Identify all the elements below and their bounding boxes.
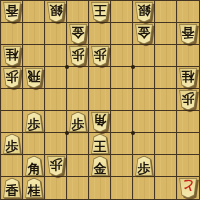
square-7d[interactable] xyxy=(45,67,67,89)
piece-kanji: 銀 xyxy=(50,4,63,17)
shogi-piece-gote-bishop[interactable]: 角 xyxy=(91,112,110,133)
piece-face: 銀 xyxy=(135,2,154,23)
shogi-piece-sente-bishop[interactable]: 角 xyxy=(25,156,44,177)
square-1a[interactable] xyxy=(177,1,199,23)
piece-kanji: 歩 xyxy=(6,70,19,83)
square-7g[interactable] xyxy=(45,133,67,155)
piece-face: 歩 xyxy=(3,134,22,155)
piece-kanji: 金 xyxy=(94,161,107,174)
piece-face: 角 xyxy=(91,112,110,133)
square-9h[interactable] xyxy=(1,155,23,177)
shogi-piece-sente-gold[interactable]: 金 xyxy=(91,156,110,177)
square-8e[interactable] xyxy=(23,89,45,111)
square-2i[interactable] xyxy=(155,177,177,199)
piece-face: 桂 xyxy=(3,46,22,67)
square-6e[interactable] xyxy=(67,89,89,111)
piece-face: 王 xyxy=(91,2,110,23)
piece-face: 飛 xyxy=(25,68,44,89)
piece-face: 歩 xyxy=(135,156,154,177)
shogi-piece-sente-pawn[interactable]: 歩 xyxy=(25,112,44,133)
piece-kanji: 歩 xyxy=(72,117,85,130)
piece-kanji: 飛 xyxy=(28,70,41,83)
square-3d[interactable] xyxy=(133,67,155,89)
square-4g[interactable] xyxy=(111,133,133,155)
square-4d[interactable] xyxy=(111,67,133,89)
square-7b[interactable] xyxy=(45,23,67,45)
piece-face: 香 xyxy=(3,178,22,199)
piece-face: 金 xyxy=(69,24,88,45)
square-4e[interactable] xyxy=(111,89,133,111)
piece-kanji: 歩 xyxy=(94,48,107,61)
square-4a[interactable] xyxy=(111,1,133,23)
square-5d[interactable] xyxy=(89,67,111,89)
square-6a[interactable] xyxy=(67,1,89,23)
square-1f[interactable] xyxy=(177,111,199,133)
shogi-piece-gote-gold[interactable]: 金 xyxy=(69,24,88,45)
shogi-piece-gote-gold[interactable]: 金 xyxy=(135,24,154,45)
piece-face: 桂 xyxy=(25,178,44,199)
square-7f[interactable] xyxy=(45,111,67,133)
square-2a[interactable] xyxy=(155,1,177,23)
piece-face: 銀 xyxy=(47,2,66,23)
piece-kanji: 角 xyxy=(28,161,41,174)
square-3c[interactable] xyxy=(133,45,155,67)
piece-face: 歩 xyxy=(91,46,110,67)
square-3g[interactable] xyxy=(133,133,155,155)
piece-kanji: 香 xyxy=(6,183,19,196)
shogi-piece-sente-king[interactable]: 王 xyxy=(91,134,110,155)
square-4b[interactable] xyxy=(111,23,133,45)
piece-kanji: と xyxy=(181,180,194,193)
shogi-piece-gote-knight[interactable]: 桂 xyxy=(179,68,198,89)
square-4h[interactable] xyxy=(111,155,133,177)
piece-face: 歩 xyxy=(47,156,66,177)
square-6g[interactable] xyxy=(67,133,89,155)
piece-face: と xyxy=(179,178,198,199)
square-6i[interactable] xyxy=(67,177,89,199)
square-2e[interactable] xyxy=(155,89,177,111)
shogi-piece-gote-silver[interactable]: 銀 xyxy=(47,2,66,23)
square-7e[interactable] xyxy=(45,89,67,111)
shogi-piece-gote-tokin[interactable]: と xyxy=(179,178,198,199)
square-2c[interactable] xyxy=(155,45,177,67)
square-3i[interactable] xyxy=(133,177,155,199)
shogi-board[interactable]: 香銀王銀金金香桂歩歩歩飛桂歩歩歩角歩王角歩金歩香桂と xyxy=(0,0,200,200)
piece-face: 歩 xyxy=(3,68,22,89)
piece-face: 香 xyxy=(179,24,198,45)
piece-face: 桂 xyxy=(179,68,198,89)
square-9e[interactable] xyxy=(1,89,23,111)
piece-kanji: 王 xyxy=(94,4,107,17)
square-3f[interactable] xyxy=(133,111,155,133)
piece-face: 香 xyxy=(3,2,22,23)
square-8a[interactable] xyxy=(23,1,45,23)
square-2f[interactable] xyxy=(155,111,177,133)
piece-kanji: 歩 xyxy=(28,117,41,130)
square-8g[interactable] xyxy=(23,133,45,155)
piece-kanji: 金 xyxy=(72,26,85,39)
square-1h[interactable] xyxy=(177,155,199,177)
shogi-piece-gote-king[interactable]: 王 xyxy=(91,2,110,23)
square-6h[interactable] xyxy=(67,155,89,177)
square-1c[interactable] xyxy=(177,45,199,67)
piece-face: 歩 xyxy=(69,46,88,67)
shogi-piece-gote-lance[interactable]: 香 xyxy=(179,24,198,45)
shogi-piece-sente-lance[interactable]: 香 xyxy=(3,178,22,199)
square-6d[interactable] xyxy=(67,67,89,89)
shogi-app: 香銀王銀金金香桂歩歩歩飛桂歩歩歩角歩王角歩金歩香桂と xyxy=(0,0,200,200)
shogi-piece-gote-pawn[interactable]: 歩 xyxy=(47,156,66,177)
star-point xyxy=(131,131,135,135)
piece-face: 角 xyxy=(25,156,44,177)
shogi-piece-gote-knight[interactable]: 桂 xyxy=(3,46,22,67)
piece-kanji: 金 xyxy=(138,26,151,39)
square-9f[interactable] xyxy=(1,111,23,133)
square-2g[interactable] xyxy=(155,133,177,155)
piece-face: 歩 xyxy=(25,112,44,133)
square-7i[interactable] xyxy=(45,177,67,199)
star-point xyxy=(131,65,135,69)
square-1g[interactable] xyxy=(177,133,199,155)
shogi-piece-gote-pawn[interactable]: 歩 xyxy=(69,46,88,67)
shogi-piece-gote-rook[interactable]: 飛 xyxy=(25,68,44,89)
piece-kanji: 王 xyxy=(94,139,107,152)
shogi-piece-sente-pawn[interactable]: 歩 xyxy=(3,134,22,155)
square-5i[interactable] xyxy=(89,177,111,199)
shogi-piece-sente-knight[interactable]: 桂 xyxy=(25,178,44,199)
piece-kanji: 角 xyxy=(94,114,107,127)
piece-face: 金 xyxy=(135,24,154,45)
shogi-piece-sente-pawn[interactable]: 歩 xyxy=(69,112,88,133)
square-4f[interactable] xyxy=(111,111,133,133)
shogi-piece-sente-pawn[interactable]: 歩 xyxy=(135,156,154,177)
shogi-piece-gote-pawn[interactable]: 歩 xyxy=(179,90,198,111)
piece-kanji: 香 xyxy=(6,4,19,17)
piece-kanji: 桂 xyxy=(182,70,195,83)
piece-kanji: 歩 xyxy=(138,161,151,174)
piece-face: 金 xyxy=(91,156,110,177)
shogi-piece-gote-lance[interactable]: 香 xyxy=(3,2,22,23)
piece-face: 歩 xyxy=(179,90,198,111)
piece-kanji: 歩 xyxy=(6,139,19,152)
piece-kanji: 歩 xyxy=(72,48,85,61)
square-2d[interactable] xyxy=(155,67,177,89)
piece-kanji: 桂 xyxy=(28,183,41,196)
square-3e[interactable] xyxy=(133,89,155,111)
shogi-piece-gote-pawn[interactable]: 歩 xyxy=(91,46,110,67)
square-4c[interactable] xyxy=(111,45,133,67)
square-2h[interactable] xyxy=(155,155,177,177)
piece-face: 王 xyxy=(91,134,110,155)
piece-kanji: 歩 xyxy=(182,92,195,105)
shogi-piece-gote-silver[interactable]: 銀 xyxy=(135,2,154,23)
piece-face: 歩 xyxy=(69,112,88,133)
square-5b[interactable] xyxy=(89,23,111,45)
square-2b[interactable] xyxy=(155,23,177,45)
square-8c[interactable] xyxy=(23,45,45,67)
piece-kanji: 銀 xyxy=(138,4,151,17)
piece-kanji: 香 xyxy=(182,26,195,39)
square-9b[interactable] xyxy=(1,23,23,45)
square-7c[interactable] xyxy=(45,45,67,67)
piece-kanji: 歩 xyxy=(50,158,63,171)
piece-kanji: 桂 xyxy=(6,48,19,61)
square-8b[interactable] xyxy=(23,23,45,45)
square-4i[interactable] xyxy=(111,177,133,199)
shogi-piece-gote-pawn[interactable]: 歩 xyxy=(3,68,22,89)
square-5e[interactable] xyxy=(89,89,111,111)
